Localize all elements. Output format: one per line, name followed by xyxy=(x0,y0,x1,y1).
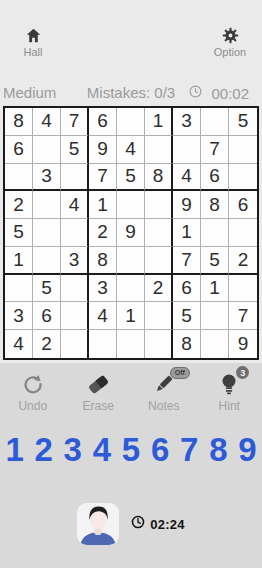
sudoku-cell-r9c9[interactable]: 9 xyxy=(229,330,257,358)
sudoku-cell-r5c8[interactable] xyxy=(201,219,229,247)
sudoku-cell-r4c6[interactable] xyxy=(145,191,173,219)
numpad-7[interactable]: 7 xyxy=(180,433,198,466)
timer-value: 00:02 xyxy=(211,85,249,102)
sudoku-cell-r5c2[interactable] xyxy=(33,219,61,247)
sudoku-cell-r4c4[interactable]: 1 xyxy=(89,191,117,219)
match-time-value: 02:24 xyxy=(150,517,185,532)
option-label: Option xyxy=(214,46,246,58)
upper-section: Hall xyxy=(0,0,262,363)
hall-label: Hall xyxy=(24,46,43,58)
sudoku-cell-r5c6[interactable] xyxy=(145,219,173,247)
numpad-6[interactable]: 6 xyxy=(151,433,169,466)
sudoku-cell-r6c5[interactable] xyxy=(117,247,145,275)
sudoku-cell-r2c4[interactable]: 9 xyxy=(89,136,117,164)
sudoku-cell-r4c1[interactable]: 2 xyxy=(5,191,33,219)
sudoku-cell-r3c3[interactable] xyxy=(61,164,89,192)
sudoku-cell-r8c5[interactable]: 1 xyxy=(117,302,145,330)
numpad-3[interactable]: 3 xyxy=(64,433,82,466)
sudoku-cell-r7c1[interactable] xyxy=(5,275,33,303)
home-icon xyxy=(25,27,42,44)
sudoku-cell-r9c3[interactable] xyxy=(61,330,89,358)
clock-icon xyxy=(189,84,202,102)
sudoku-cell-r8c8[interactable] xyxy=(201,302,229,330)
sudoku-cell-r8c4[interactable]: 4 xyxy=(89,302,117,330)
undo-icon xyxy=(20,371,46,397)
sudoku-cell-r3c7[interactable]: 4 xyxy=(173,164,201,192)
pencil-icon: Off xyxy=(151,371,177,397)
sudoku-cell-r6c8[interactable]: 5 xyxy=(201,247,229,275)
numpad-5[interactable]: 5 xyxy=(122,433,140,466)
top-bar: Hall xyxy=(0,0,262,58)
sudoku-cell-r8c1[interactable]: 3 xyxy=(5,302,33,330)
sudoku-cell-r1c6[interactable]: 1 xyxy=(145,108,173,136)
sudoku-cell-r7c7[interactable]: 6 xyxy=(173,275,201,303)
sudoku-cell-r1c4[interactable]: 6 xyxy=(89,108,117,136)
toolbar: Undo Erase xyxy=(0,363,262,413)
sudoku-cell-r5c7[interactable]: 1 xyxy=(173,219,201,247)
sudoku-cell-r9c5[interactable] xyxy=(117,330,145,358)
sudoku-cell-r1c7[interactable]: 3 xyxy=(173,108,201,136)
numpad-4[interactable]: 4 xyxy=(93,433,111,466)
sudoku-cell-r2c7[interactable] xyxy=(173,136,201,164)
numpad-9[interactable]: 9 xyxy=(238,433,256,466)
hint-button[interactable]: 3 Hint xyxy=(200,371,258,413)
sudoku-cell-r6c9[interactable]: 2 xyxy=(229,247,257,275)
mistakes-counter: Mistakes: 0/3 xyxy=(87,84,175,101)
sudoku-cell-r6c7[interactable]: 7 xyxy=(173,247,201,275)
sudoku-cell-r2c9[interactable] xyxy=(229,136,257,164)
sudoku-cell-r7c3[interactable] xyxy=(61,275,89,303)
sudoku-cell-r4c5[interactable] xyxy=(117,191,145,219)
sudoku-cell-r4c8[interactable]: 8 xyxy=(201,191,229,219)
sudoku-grid: 8476135659473758462419865291138752532613… xyxy=(3,106,259,360)
numpad: 123456789 xyxy=(0,427,262,471)
sudoku-cell-r4c9[interactable]: 6 xyxy=(229,191,257,219)
sudoku-cell-r5c1[interactable]: 5 xyxy=(5,219,33,247)
sudoku-cell-r3c6[interactable]: 8 xyxy=(145,164,173,192)
gear-icon xyxy=(222,27,239,44)
hall-button[interactable]: Hall xyxy=(13,27,53,58)
sudoku-cell-r9c8[interactable] xyxy=(201,330,229,358)
sudoku-cell-r6c6[interactable] xyxy=(145,247,173,275)
sudoku-cell-r3c9[interactable] xyxy=(229,164,257,192)
sudoku-cell-r8c3[interactable] xyxy=(61,302,89,330)
sudoku-cell-r1c5[interactable] xyxy=(117,108,145,136)
sudoku-cell-r9c6[interactable] xyxy=(145,330,173,358)
sudoku-cell-r5c3[interactable] xyxy=(61,219,89,247)
sudoku-cell-r9c1[interactable]: 4 xyxy=(5,330,33,358)
sudoku-cell-r6c3[interactable]: 3 xyxy=(61,247,89,275)
sudoku-app: Hall xyxy=(0,0,262,568)
match-timer: 02:24 xyxy=(131,515,185,533)
hint-label: Hint xyxy=(219,399,240,413)
sudoku-cell-r7c5[interactable] xyxy=(117,275,145,303)
erase-button[interactable]: Erase xyxy=(69,371,127,413)
lower-section: Undo Erase xyxy=(0,363,262,568)
sudoku-cell-r3c5[interactable]: 5 xyxy=(117,164,145,192)
sudoku-cell-r5c5[interactable]: 9 xyxy=(117,219,145,247)
sudoku-cell-r6c1[interactable]: 1 xyxy=(5,247,33,275)
sudoku-cell-r2c2[interactable] xyxy=(33,136,61,164)
sudoku-cell-r1c9[interactable]: 5 xyxy=(229,108,257,136)
sudoku-cell-r7c4[interactable]: 3 xyxy=(89,275,117,303)
sudoku-cell-r5c9[interactable] xyxy=(229,219,257,247)
difficulty-label: Medium xyxy=(3,84,56,101)
sudoku-cell-r1c8[interactable] xyxy=(201,108,229,136)
lightbulb-icon: 3 xyxy=(216,371,242,397)
sudoku-cell-r8c2[interactable]: 6 xyxy=(33,302,61,330)
sudoku-cell-r7c9[interactable] xyxy=(229,275,257,303)
numpad-2[interactable]: 2 xyxy=(34,433,52,466)
sudoku-cell-r1c2[interactable]: 4 xyxy=(33,108,61,136)
sudoku-cell-r8c9[interactable]: 7 xyxy=(229,302,257,330)
avatar[interactable] xyxy=(77,503,119,545)
sudoku-cell-r5c4[interactable]: 2 xyxy=(89,219,117,247)
sudoku-cell-r2c8[interactable]: 7 xyxy=(201,136,229,164)
sudoku-cell-r2c1[interactable]: 6 xyxy=(5,136,33,164)
notes-button[interactable]: Off Notes xyxy=(135,371,193,413)
hint-count-badge: 3 xyxy=(236,366,249,379)
notes-off-badge: Off xyxy=(170,367,190,379)
sudoku-cell-r4c7[interactable]: 9 xyxy=(173,191,201,219)
sudoku-cell-r7c6[interactable]: 2 xyxy=(145,275,173,303)
undo-button[interactable]: Undo xyxy=(4,371,62,413)
sudoku-cell-r2c3[interactable]: 5 xyxy=(61,136,89,164)
status-row: Medium Mistakes: 0/3 00:02 xyxy=(0,84,262,102)
sudoku-cell-r7c2[interactable]: 5 xyxy=(33,275,61,303)
undo-label: Undo xyxy=(18,399,47,413)
sudoku-cell-r8c6[interactable] xyxy=(145,302,173,330)
sudoku-cell-r7c8[interactable]: 1 xyxy=(201,275,229,303)
clock-icon-bold xyxy=(131,515,145,533)
eraser-icon xyxy=(85,371,111,397)
sudoku-cell-r1c1[interactable]: 8 xyxy=(5,108,33,136)
notes-label: Notes xyxy=(148,399,179,413)
sudoku-cell-r8c7[interactable]: 5 xyxy=(173,302,201,330)
sudoku-cell-r4c3[interactable]: 4 xyxy=(61,191,89,219)
footer: 02:24 xyxy=(0,503,262,545)
sudoku-cell-r3c1[interactable] xyxy=(5,164,33,192)
option-button[interactable]: Option xyxy=(210,27,250,58)
sudoku-cell-r6c2[interactable] xyxy=(33,247,61,275)
numpad-1[interactable]: 1 xyxy=(5,433,23,466)
sudoku-cell-r4c2[interactable] xyxy=(33,191,61,219)
erase-label: Erase xyxy=(83,399,114,413)
sudoku-cell-r9c4[interactable] xyxy=(89,330,117,358)
sudoku-cell-r1c3[interactable]: 7 xyxy=(61,108,89,136)
sudoku-cell-r9c2[interactable]: 2 xyxy=(33,330,61,358)
numpad-8[interactable]: 8 xyxy=(209,433,227,466)
sudoku-cell-r9c7[interactable]: 8 xyxy=(173,330,201,358)
sudoku-cell-r3c2[interactable]: 3 xyxy=(33,164,61,192)
sudoku-cell-r2c6[interactable] xyxy=(145,136,173,164)
sudoku-cell-r2c5[interactable]: 4 xyxy=(117,136,145,164)
game-timer: 00:02 xyxy=(189,84,249,102)
sudoku-cell-r6c4[interactable]: 8 xyxy=(89,247,117,275)
sudoku-cell-r3c8[interactable]: 6 xyxy=(201,164,229,192)
sudoku-cell-r3c4[interactable]: 7 xyxy=(89,164,117,192)
